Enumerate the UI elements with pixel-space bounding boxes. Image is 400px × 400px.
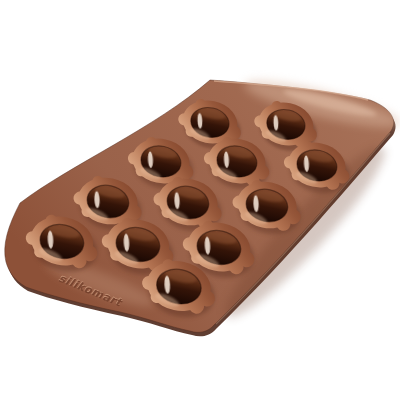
chocolate-mold-scene: silikomart silikomart (0, 0, 400, 400)
product-photo: silikomart silikomart (0, 0, 400, 400)
